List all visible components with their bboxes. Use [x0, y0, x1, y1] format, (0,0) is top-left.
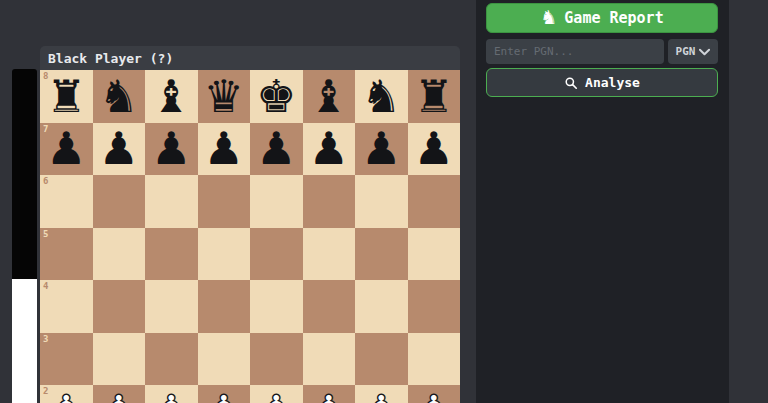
- square-h2[interactable]: ♟: [408, 385, 461, 403]
- square-d8[interactable]: ♛: [198, 70, 251, 123]
- black-pawn[interactable]: ♟: [145, 123, 198, 176]
- evaluation-white-portion: [12, 279, 37, 403]
- black-bishop[interactable]: ♝: [303, 70, 356, 123]
- black-pawn[interactable]: ♟: [408, 123, 461, 176]
- rank-label-6: 6: [43, 176, 48, 186]
- pgn-input[interactable]: [486, 39, 664, 64]
- square-g3[interactable]: [355, 333, 408, 386]
- white-pawn[interactable]: ♟: [303, 385, 356, 403]
- square-e6[interactable]: [250, 175, 303, 228]
- black-rook[interactable]: ♜: [40, 70, 93, 123]
- rank-label-5: 5: [43, 229, 48, 239]
- square-h5[interactable]: [408, 228, 461, 281]
- square-f8[interactable]: ♝: [303, 70, 356, 123]
- black-pawn[interactable]: ♟: [355, 123, 408, 176]
- rank-label-4: 4: [43, 281, 48, 291]
- chevron-down-icon: [699, 48, 710, 56]
- format-dropdown[interactable]: PGN: [668, 39, 718, 64]
- square-d2[interactable]: ♟: [198, 385, 251, 403]
- square-b6[interactable]: [93, 175, 146, 228]
- square-h7[interactable]: ♟: [408, 123, 461, 176]
- chess-board[interactable]: 8♜♞♝♛♚♝♞♜7♟♟♟♟♟♟♟♟65432♟♟♟♟♟♟♟♟1♜♞♝♛♚♝♞♜: [40, 70, 460, 403]
- square-e7[interactable]: ♟: [250, 123, 303, 176]
- black-pawn[interactable]: ♟: [250, 123, 303, 176]
- square-g8[interactable]: ♞: [355, 70, 408, 123]
- square-d6[interactable]: [198, 175, 251, 228]
- square-d4[interactable]: [198, 280, 251, 333]
- square-a7[interactable]: 7♟: [40, 123, 93, 176]
- square-c3[interactable]: [145, 333, 198, 386]
- black-king[interactable]: ♚: [250, 70, 303, 123]
- square-f4[interactable]: [303, 280, 356, 333]
- format-dropdown-value: PGN: [676, 45, 696, 58]
- white-pawn[interactable]: ♟: [355, 385, 408, 403]
- white-pawn[interactable]: ♟: [40, 385, 93, 403]
- square-g5[interactable]: [355, 228, 408, 281]
- square-e5[interactable]: [250, 228, 303, 281]
- square-b5[interactable]: [93, 228, 146, 281]
- evaluation-bar: [12, 69, 37, 403]
- square-f7[interactable]: ♟: [303, 123, 356, 176]
- black-pawn[interactable]: ♟: [40, 123, 93, 176]
- square-b3[interactable]: [93, 333, 146, 386]
- square-e3[interactable]: [250, 333, 303, 386]
- square-g6[interactable]: [355, 175, 408, 228]
- black-knight[interactable]: ♞: [355, 70, 408, 123]
- square-b7[interactable]: ♟: [93, 123, 146, 176]
- game-report-button[interactable]: ♞ Game Report: [486, 3, 718, 33]
- square-c5[interactable]: [145, 228, 198, 281]
- white-pawn[interactable]: ♟: [198, 385, 251, 403]
- square-b2[interactable]: ♟: [93, 385, 146, 403]
- square-g7[interactable]: ♟: [355, 123, 408, 176]
- square-c7[interactable]: ♟: [145, 123, 198, 176]
- black-queen[interactable]: ♛: [198, 70, 251, 123]
- square-h3[interactable]: [408, 333, 461, 386]
- square-c6[interactable]: [145, 175, 198, 228]
- square-f2[interactable]: ♟: [303, 385, 356, 403]
- square-c4[interactable]: [145, 280, 198, 333]
- square-a5[interactable]: 5: [40, 228, 93, 281]
- square-h8[interactable]: ♜: [408, 70, 461, 123]
- square-f5[interactable]: [303, 228, 356, 281]
- square-a3[interactable]: 3: [40, 333, 93, 386]
- game-report-label: Game Report: [564, 9, 663, 27]
- analysis-panel: ♞ Game Report PGN Analyse: [476, 0, 729, 403]
- analyse-button[interactable]: Analyse: [486, 68, 718, 97]
- square-b8[interactable]: ♞: [93, 70, 146, 123]
- rank-label-3: 3: [43, 334, 48, 344]
- square-e4[interactable]: [250, 280, 303, 333]
- black-knight[interactable]: ♞: [93, 70, 146, 123]
- square-g2[interactable]: ♟: [355, 385, 408, 403]
- square-a4[interactable]: 4: [40, 280, 93, 333]
- player-bar: Black Player (?): [40, 46, 460, 70]
- square-e8[interactable]: ♚: [250, 70, 303, 123]
- square-h4[interactable]: [408, 280, 461, 333]
- square-d7[interactable]: ♟: [198, 123, 251, 176]
- square-e2[interactable]: ♟: [250, 385, 303, 403]
- player-name: Black Player (?): [48, 51, 173, 66]
- square-c2[interactable]: ♟: [145, 385, 198, 403]
- pgn-input-row: PGN: [486, 39, 718, 64]
- white-pawn[interactable]: ♟: [250, 385, 303, 403]
- square-a6[interactable]: 6: [40, 175, 93, 228]
- square-b4[interactable]: [93, 280, 146, 333]
- square-c8[interactable]: ♝: [145, 70, 198, 123]
- search-icon: [564, 76, 578, 90]
- white-pawn[interactable]: ♟: [408, 385, 461, 403]
- board-area: Black Player (?) 8♜♞♝♛♚♝♞♜7♟♟♟♟♟♟♟♟65432…: [40, 46, 460, 403]
- white-pawn[interactable]: ♟: [145, 385, 198, 403]
- square-d5[interactable]: [198, 228, 251, 281]
- square-a2[interactable]: 2♟: [40, 385, 93, 403]
- black-pawn[interactable]: ♟: [303, 123, 356, 176]
- square-d3[interactable]: [198, 333, 251, 386]
- black-pawn[interactable]: ♟: [93, 123, 146, 176]
- square-f6[interactable]: [303, 175, 356, 228]
- square-g4[interactable]: [355, 280, 408, 333]
- white-pawn[interactable]: ♟: [93, 385, 146, 403]
- analyse-label: Analyse: [585, 75, 640, 90]
- square-a8[interactable]: 8♜: [40, 70, 93, 123]
- black-pawn[interactable]: ♟: [198, 123, 251, 176]
- black-bishop[interactable]: ♝: [145, 70, 198, 123]
- square-f3[interactable]: [303, 333, 356, 386]
- black-rook[interactable]: ♜: [408, 70, 461, 123]
- square-h6[interactable]: [408, 175, 461, 228]
- knight-icon: ♞: [540, 8, 557, 27]
- evaluation-black-portion: [12, 69, 37, 279]
